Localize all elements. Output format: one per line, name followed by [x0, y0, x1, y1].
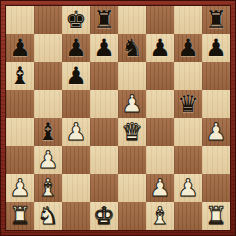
piece-black-king-c8[interactable]: ♚: [65, 6, 87, 34]
square-g6[interactable]: [174, 62, 202, 90]
square-d3[interactable]: [90, 146, 118, 174]
square-b4[interactable]: ♝: [34, 118, 62, 146]
square-g5[interactable]: ♛: [174, 90, 202, 118]
square-b7[interactable]: [34, 34, 62, 62]
piece-white-king-d1[interactable]: ♚: [93, 202, 115, 230]
square-f6[interactable]: [146, 62, 174, 90]
square-h2[interactable]: [202, 174, 230, 202]
piece-black-pawn-f7[interactable]: ♟: [149, 34, 171, 62]
square-a7[interactable]: ♟: [6, 34, 34, 62]
square-b5[interactable]: [34, 90, 62, 118]
piece-white-queen-e4[interactable]: ♛: [121, 118, 143, 146]
square-c7[interactable]: ♟: [62, 34, 90, 62]
square-a3[interactable]: [6, 146, 34, 174]
square-b1[interactable]: ♞: [34, 202, 62, 230]
square-c4[interactable]: ♟: [62, 118, 90, 146]
piece-black-pawn-c6[interactable]: ♟: [65, 62, 87, 90]
square-a4[interactable]: [6, 118, 34, 146]
square-a1[interactable]: ♜: [6, 202, 34, 230]
piece-white-rook-a1[interactable]: ♜: [9, 202, 31, 230]
square-d7[interactable]: ♟: [90, 34, 118, 62]
piece-black-bishop-a6[interactable]: ♝: [9, 62, 31, 90]
square-g1[interactable]: [174, 202, 202, 230]
square-c6[interactable]: ♟: [62, 62, 90, 90]
square-f5[interactable]: [146, 90, 174, 118]
square-f1[interactable]: ♝: [146, 202, 174, 230]
square-d2[interactable]: [90, 174, 118, 202]
square-a8[interactable]: [6, 6, 34, 34]
square-e8[interactable]: [118, 6, 146, 34]
square-a6[interactable]: ♝: [6, 62, 34, 90]
square-g3[interactable]: [174, 146, 202, 174]
piece-white-pawn-h4[interactable]: ♟: [205, 118, 227, 146]
piece-black-queen-g5[interactable]: ♛: [177, 90, 199, 118]
square-d1[interactable]: ♚: [90, 202, 118, 230]
square-c3[interactable]: [62, 146, 90, 174]
square-f7[interactable]: ♟: [146, 34, 174, 62]
square-c1[interactable]: [62, 202, 90, 230]
square-h4[interactable]: ♟: [202, 118, 230, 146]
square-c5[interactable]: [62, 90, 90, 118]
piece-black-pawn-d7[interactable]: ♟: [93, 34, 115, 62]
square-a5[interactable]: [6, 90, 34, 118]
square-f2[interactable]: ♟: [146, 174, 174, 202]
piece-white-pawn-c4[interactable]: ♟: [65, 118, 87, 146]
square-b8[interactable]: [34, 6, 62, 34]
square-e1[interactable]: [118, 202, 146, 230]
square-d5[interactable]: [90, 90, 118, 118]
square-h5[interactable]: [202, 90, 230, 118]
square-e3[interactable]: [118, 146, 146, 174]
square-d4[interactable]: [90, 118, 118, 146]
square-e6[interactable]: [118, 62, 146, 90]
square-h1[interactable]: ♜: [202, 202, 230, 230]
piece-white-pawn-e5[interactable]: ♟: [121, 90, 143, 118]
square-h7[interactable]: ♟: [202, 34, 230, 62]
piece-black-rook-h8[interactable]: ♜: [205, 6, 227, 34]
square-g4[interactable]: [174, 118, 202, 146]
square-d6[interactable]: [90, 62, 118, 90]
square-b6[interactable]: [34, 62, 62, 90]
piece-black-rook-d8[interactable]: ♜: [93, 6, 115, 34]
piece-white-bishop-b2[interactable]: ♝: [37, 174, 59, 202]
square-h3[interactable]: [202, 146, 230, 174]
piece-white-rook-h1[interactable]: ♜: [205, 202, 227, 230]
piece-white-bishop-f1[interactable]: ♝: [149, 202, 171, 230]
square-g8[interactable]: [174, 6, 202, 34]
piece-white-knight-b1[interactable]: ♞: [37, 202, 59, 230]
square-f4[interactable]: [146, 118, 174, 146]
square-c2[interactable]: [62, 174, 90, 202]
square-b3[interactable]: ♟: [34, 146, 62, 174]
square-g7[interactable]: ♟: [174, 34, 202, 62]
square-c8[interactable]: ♚: [62, 6, 90, 34]
piece-white-pawn-b3[interactable]: ♟: [37, 146, 59, 174]
piece-black-pawn-a7[interactable]: ♟: [9, 34, 31, 62]
square-g2[interactable]: ♟: [174, 174, 202, 202]
piece-white-pawn-g2[interactable]: ♟: [177, 174, 199, 202]
chess-board: ♚♜♜♟♟♟♞♟♟♟♝♟♟♛♝♟♛♟♟♟♝♟♟♜♞♚♝♜: [6, 6, 230, 230]
piece-black-pawn-h7[interactable]: ♟: [205, 34, 227, 62]
square-h6[interactable]: [202, 62, 230, 90]
square-e7[interactable]: ♞: [118, 34, 146, 62]
square-d8[interactable]: ♜: [90, 6, 118, 34]
square-e2[interactable]: [118, 174, 146, 202]
square-h8[interactable]: ♜: [202, 6, 230, 34]
piece-white-pawn-a2[interactable]: ♟: [9, 174, 31, 202]
square-f8[interactable]: [146, 6, 174, 34]
piece-black-knight-e7[interactable]: ♞: [121, 34, 143, 62]
piece-black-pawn-g7[interactable]: ♟: [177, 34, 199, 62]
square-b2[interactable]: ♝: [34, 174, 62, 202]
piece-black-bishop-b4[interactable]: ♝: [37, 118, 59, 146]
square-f3[interactable]: [146, 146, 174, 174]
piece-black-pawn-c7[interactable]: ♟: [65, 34, 87, 62]
square-e4[interactable]: ♛: [118, 118, 146, 146]
square-e5[interactable]: ♟: [118, 90, 146, 118]
board-frame: ♚♜♜♟♟♟♞♟♟♟♝♟♟♛♝♟♛♟♟♟♝♟♟♜♞♚♝♜: [0, 0, 236, 236]
square-a2[interactable]: ♟: [6, 174, 34, 202]
piece-white-pawn-f2[interactable]: ♟: [149, 174, 171, 202]
